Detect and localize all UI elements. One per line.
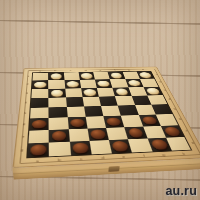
- file-label: h: [182, 152, 186, 155]
- square-b6[interactable]: [49, 117, 68, 129]
- square-c5[interactable]: [66, 106, 85, 117]
- dark-piece[interactable]: [150, 139, 168, 149]
- dark-piece[interactable]: [163, 127, 180, 136]
- rank-label: 8: [191, 142, 195, 145]
- rank-label: 6: [23, 123, 26, 126]
- square-a3[interactable]: [31, 89, 48, 98]
- square-c4[interactable]: [66, 97, 84, 107]
- white-piece[interactable]: [97, 80, 110, 86]
- rank-label: 6: [179, 118, 183, 121]
- chess-box: abcdefgh abcdefgh 12345678 12345678: [12, 67, 200, 168]
- file-label: e: [122, 155, 126, 159]
- dark-piece[interactable]: [51, 131, 66, 141]
- square-f7[interactable]: [124, 126, 147, 139]
- square-g8[interactable]: [147, 138, 171, 152]
- rank-label: 7: [185, 130, 189, 133]
- white-piece[interactable]: [146, 88, 160, 95]
- dark-piece[interactable]: [90, 129, 106, 139]
- square-h3[interactable]: [143, 87, 162, 96]
- square-b2[interactable]: [48, 80, 64, 89]
- dark-piece[interactable]: [31, 144, 47, 155]
- white-piece[interactable]: [51, 90, 64, 97]
- white-piece[interactable]: [83, 89, 96, 96]
- scene: abcdefgh abcdefgh 12345678 12345678: [0, 0, 200, 200]
- dark-piece[interactable]: [32, 120, 46, 129]
- white-piece[interactable]: [34, 81, 46, 87]
- white-piece[interactable]: [80, 73, 92, 79]
- file-label: f: [143, 154, 145, 157]
- square-a8[interactable]: [28, 142, 50, 157]
- white-piece[interactable]: [50, 73, 62, 79]
- square-d7[interactable]: [87, 128, 109, 141]
- square-c6[interactable]: [67, 117, 87, 129]
- square-f6[interactable]: [121, 115, 143, 127]
- square-g6[interactable]: [138, 115, 160, 127]
- dark-piece[interactable]: [112, 141, 129, 152]
- square-f8[interactable]: [128, 138, 152, 152]
- rank-label: 4: [25, 102, 27, 104]
- file-label: g: [162, 153, 166, 156]
- square-g7[interactable]: [143, 126, 166, 139]
- square-e6[interactable]: [103, 116, 124, 128]
- file-label: d: [101, 156, 104, 160]
- dark-piece[interactable]: [106, 117, 122, 126]
- file-label: c: [80, 157, 83, 161]
- square-a2[interactable]: [32, 80, 49, 89]
- square-a6[interactable]: [29, 118, 49, 130]
- white-piece[interactable]: [115, 88, 129, 95]
- dark-piece[interactable]: [127, 128, 144, 137]
- square-d5[interactable]: [84, 106, 104, 117]
- square-b5[interactable]: [49, 107, 68, 118]
- dark-piece[interactable]: [141, 116, 157, 125]
- board-grid: [26, 71, 192, 158]
- square-a4[interactable]: [31, 98, 49, 108]
- square-d6[interactable]: [85, 116, 106, 128]
- rank-label: 5: [24, 112, 27, 115]
- rank-label: 8: [20, 149, 23, 152]
- square-h7[interactable]: [160, 125, 184, 138]
- file-label: a: [36, 159, 39, 163]
- square-e8[interactable]: [109, 139, 132, 153]
- rank-label: 7: [21, 136, 24, 139]
- white-piece[interactable]: [127, 80, 140, 86]
- dark-piece[interactable]: [72, 143, 88, 154]
- box-clasp: [108, 166, 119, 172]
- product-photo: abcdefgh abcdefgh 12345678 12345678 au.r…: [0, 0, 200, 200]
- white-piece[interactable]: [139, 72, 152, 78]
- square-c7[interactable]: [68, 128, 89, 141]
- square-b3[interactable]: [48, 88, 65, 97]
- square-c3[interactable]: [65, 88, 83, 97]
- square-c8[interactable]: [69, 141, 91, 156]
- square-d8[interactable]: [89, 140, 112, 155]
- square-b4[interactable]: [49, 97, 67, 107]
- white-piece[interactable]: [110, 73, 123, 79]
- file-label: b: [58, 158, 61, 162]
- au-ru-watermark: au.ru: [165, 184, 197, 198]
- square-e7[interactable]: [106, 127, 128, 140]
- square-h6[interactable]: [156, 114, 178, 125]
- white-piece[interactable]: [66, 81, 78, 87]
- board-frame: abcdefgh abcdefgh 12345678 12345678: [12, 67, 200, 168]
- square-h5[interactable]: [151, 104, 172, 114]
- dark-piece[interactable]: [70, 118, 85, 127]
- square-a5[interactable]: [30, 107, 49, 118]
- square-h8[interactable]: [166, 137, 191, 151]
- square-b8[interactable]: [49, 142, 70, 157]
- square-h4[interactable]: [147, 95, 167, 105]
- square-a7[interactable]: [28, 130, 49, 144]
- square-b7[interactable]: [49, 129, 69, 142]
